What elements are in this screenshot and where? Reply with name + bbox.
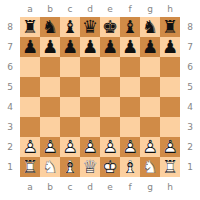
piece-outline: ♙ (142, 136, 158, 157)
square-h5[interactable] (160, 77, 180, 97)
square-c3[interactable] (60, 117, 80, 137)
square-b4[interactable] (40, 97, 60, 117)
square-c2[interactable]: ♟♙ (60, 137, 80, 157)
piece-white-pawn[interactable]: ♟♙ (62, 137, 78, 157)
piece-outline: ♘ (42, 156, 58, 177)
square-h6[interactable] (160, 57, 180, 77)
file-label-d: d (87, 4, 93, 14)
piece-white-pawn[interactable]: ♟♙ (82, 137, 98, 157)
piece-outline: ♗ (62, 156, 78, 177)
square-h4[interactable] (160, 97, 180, 117)
chessboard-widget: abcdefgh 87654321 ♜♞♝♛♚♝♞♜♟♟♟♟♟♟♟♟♟♙♟♙♟♙… (0, 0, 200, 200)
file-label-c: c (68, 4, 73, 14)
square-e7[interactable]: ♟ (100, 37, 120, 57)
square-d5[interactable] (80, 77, 100, 97)
piece-white-queen[interactable]: ♛♕ (82, 157, 98, 177)
piece-outline: ♙ (122, 136, 138, 157)
square-c4[interactable] (60, 97, 80, 117)
file-label-h: h (167, 182, 173, 192)
square-e5[interactable] (100, 77, 120, 97)
square-h8[interactable]: ♜ (160, 17, 180, 37)
square-b5[interactable] (40, 77, 60, 97)
rank-label-5: 5 (7, 82, 13, 92)
square-d7[interactable]: ♟ (80, 37, 100, 57)
rank-label-2: 2 (7, 142, 13, 152)
square-h1[interactable]: ♜♖ (160, 157, 180, 177)
piece-white-knight[interactable]: ♞♘ (42, 157, 58, 177)
piece-white-bishop[interactable]: ♝♗ (122, 157, 138, 177)
rank-labels-left: 87654321 (0, 17, 20, 177)
square-f8[interactable]: ♝ (120, 17, 140, 37)
square-e4[interactable] (100, 97, 120, 117)
square-c6[interactable] (60, 57, 80, 77)
piece-black-knight[interactable]: ♞ (42, 17, 58, 37)
piece-white-knight[interactable]: ♞♘ (142, 157, 158, 177)
file-labels-top: abcdefgh (20, 4, 180, 14)
piece-outline: ♕ (82, 156, 98, 177)
piece-outline: ♗ (122, 156, 138, 177)
rank-label-4: 4 (187, 102, 193, 112)
rank-label-2: 2 (187, 142, 193, 152)
square-a6[interactable] (20, 57, 40, 77)
piece-black-pawn[interactable]: ♟ (82, 37, 98, 57)
piece-white-pawn[interactable]: ♟♙ (142, 137, 158, 157)
rank-label-7: 7 (7, 42, 13, 52)
square-c7[interactable]: ♟ (60, 37, 80, 57)
square-a5[interactable] (20, 77, 40, 97)
square-e3[interactable] (100, 117, 120, 137)
piece-black-rook[interactable]: ♜ (162, 17, 178, 37)
rank-label-4: 4 (7, 102, 13, 112)
file-label-d: d (87, 182, 93, 192)
rank-label-8: 8 (7, 22, 13, 32)
piece-white-pawn[interactable]: ♟♙ (42, 137, 58, 157)
square-h7[interactable]: ♟ (160, 37, 180, 57)
square-b7[interactable]: ♟ (40, 37, 60, 57)
file-label-a: a (27, 4, 33, 14)
file-label-c: c (68, 182, 73, 192)
square-e1[interactable]: ♚♔ (100, 157, 120, 177)
square-f6[interactable] (120, 57, 140, 77)
chess-board: ♜♞♝♛♚♝♞♜♟♟♟♟♟♟♟♟♟♙♟♙♟♙♟♙♟♙♟♙♟♙♟♙♜♖♞♘♝♗♛♕… (20, 17, 180, 177)
square-b1[interactable]: ♞♘ (40, 157, 60, 177)
piece-outline: ♔ (102, 156, 118, 177)
square-f2[interactable]: ♟♙ (120, 137, 140, 157)
square-g8[interactable]: ♞ (140, 17, 160, 37)
square-g2[interactable]: ♟♙ (140, 137, 160, 157)
piece-outline: ♙ (42, 136, 58, 157)
square-d4[interactable] (80, 97, 100, 117)
square-f5[interactable] (120, 77, 140, 97)
rank-label-7: 7 (187, 42, 193, 52)
square-h3[interactable] (160, 117, 180, 137)
piece-white-pawn[interactable]: ♟♙ (22, 137, 38, 157)
file-label-b: b (47, 182, 53, 192)
square-b2[interactable]: ♟♙ (40, 137, 60, 157)
rank-label-3: 3 (7, 122, 13, 132)
square-a7[interactable]: ♟ (20, 37, 40, 57)
piece-black-knight[interactable]: ♞ (142, 17, 158, 37)
piece-outline: ♘ (142, 156, 158, 177)
square-g6[interactable] (140, 57, 160, 77)
piece-black-pawn[interactable]: ♟ (102, 37, 118, 57)
square-b8[interactable]: ♞ (40, 17, 60, 37)
square-f3[interactable] (120, 117, 140, 137)
piece-outline: ♙ (82, 136, 98, 157)
rank-label-8: 8 (187, 22, 193, 32)
file-label-e: e (107, 4, 113, 14)
piece-outline: ♙ (22, 136, 38, 157)
piece-black-king[interactable]: ♚ (102, 17, 118, 37)
rank-label-5: 5 (187, 82, 193, 92)
square-a1[interactable]: ♜♖ (20, 157, 40, 177)
rank-label-6: 6 (187, 62, 193, 72)
rank-labels-right: 87654321 (180, 17, 200, 177)
rank-label-1: 1 (7, 162, 13, 172)
piece-white-bishop[interactable]: ♝♗ (62, 157, 78, 177)
square-e8[interactable]: ♚ (100, 17, 120, 37)
file-label-f: f (128, 182, 131, 192)
file-label-g: g (147, 4, 153, 14)
piece-outline: ♖ (162, 156, 178, 177)
square-c1[interactable]: ♝♗ (60, 157, 80, 177)
piece-black-rook[interactable]: ♜ (22, 17, 38, 37)
square-d2[interactable]: ♟♙ (80, 137, 100, 157)
piece-white-king[interactable]: ♚♔ (102, 157, 118, 177)
square-a2[interactable]: ♟♙ (20, 137, 40, 157)
square-g7[interactable]: ♟ (140, 37, 160, 57)
file-label-h: h (167, 4, 173, 14)
piece-outline: ♙ (102, 136, 118, 157)
square-a4[interactable] (20, 97, 40, 117)
square-d3[interactable] (80, 117, 100, 137)
piece-outline: ♙ (62, 136, 78, 157)
file-label-a: a (27, 182, 33, 192)
square-c5[interactable] (60, 77, 80, 97)
square-h2[interactable]: ♟♙ (160, 137, 180, 157)
square-g4[interactable] (140, 97, 160, 117)
piece-black-bishop[interactable]: ♝ (62, 17, 78, 37)
square-f1[interactable]: ♝♗ (120, 157, 140, 177)
square-g3[interactable] (140, 117, 160, 137)
piece-black-bishop[interactable]: ♝ (122, 17, 138, 37)
square-b6[interactable] (40, 57, 60, 77)
rank-label-1: 1 (187, 162, 193, 172)
square-d8[interactable]: ♛ (80, 17, 100, 37)
piece-white-rook[interactable]: ♜♖ (22, 157, 38, 177)
square-f4[interactable] (120, 97, 140, 117)
piece-white-pawn[interactable]: ♟♙ (162, 137, 178, 157)
square-d1[interactable]: ♛♕ (80, 157, 100, 177)
file-label-f: f (128, 4, 131, 14)
square-g5[interactable] (140, 77, 160, 97)
piece-black-pawn[interactable]: ♟ (122, 37, 138, 57)
square-b3[interactable] (40, 117, 60, 137)
file-label-b: b (47, 4, 53, 14)
piece-white-rook[interactable]: ♜♖ (162, 157, 178, 177)
piece-black-pawn[interactable]: ♟ (142, 37, 158, 57)
square-e6[interactable] (100, 57, 120, 77)
piece-black-queen[interactable]: ♛ (82, 17, 98, 37)
piece-outline: ♖ (22, 156, 38, 177)
square-f7[interactable]: ♟ (120, 37, 140, 57)
piece-outline: ♙ (162, 136, 178, 157)
file-label-g: g (147, 182, 153, 192)
rank-label-3: 3 (187, 122, 193, 132)
square-a3[interactable] (20, 117, 40, 137)
file-labels-bottom: abcdefgh (20, 182, 180, 192)
square-c8[interactable]: ♝ (60, 17, 80, 37)
piece-black-pawn[interactable]: ♟ (22, 37, 38, 57)
piece-black-pawn[interactable]: ♟ (162, 37, 178, 57)
piece-black-pawn[interactable]: ♟ (62, 37, 78, 57)
square-d6[interactable] (80, 57, 100, 77)
square-a8[interactable]: ♜ (20, 17, 40, 37)
piece-white-pawn[interactable]: ♟♙ (102, 137, 118, 157)
piece-black-pawn[interactable]: ♟ (42, 37, 58, 57)
square-g1[interactable]: ♞♘ (140, 157, 160, 177)
piece-white-pawn[interactable]: ♟♙ (122, 137, 138, 157)
rank-label-6: 6 (7, 62, 13, 72)
square-e2[interactable]: ♟♙ (100, 137, 120, 157)
file-label-e: e (107, 182, 113, 192)
